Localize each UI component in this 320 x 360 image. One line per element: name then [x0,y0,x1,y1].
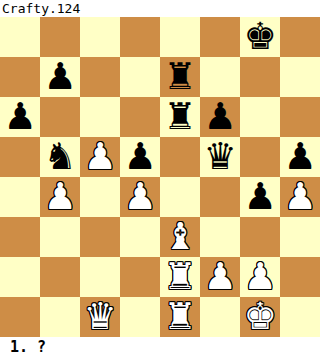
piece-white-rook: ♜ [163,257,196,297]
piece-white-bishop: ♝ [163,217,196,257]
piece-black-pawn: ♟ [243,177,276,217]
square-b3[interactable] [40,217,80,257]
square-c5[interactable]: ♟ [80,137,120,177]
chess-board: ♚♟♜♟♜♟♞♟♟♛♟♟♟♟♟♝♜♟♟♛♜♚ [0,17,320,337]
square-e8[interactable] [160,17,200,57]
square-f1[interactable] [200,297,240,337]
square-c3[interactable] [80,217,120,257]
piece-black-rook: ♜ [163,57,196,97]
square-f6[interactable]: ♟ [200,97,240,137]
square-f5[interactable]: ♛ [200,137,240,177]
square-c8[interactable] [80,17,120,57]
square-a6[interactable]: ♟ [0,97,40,137]
square-d1[interactable] [120,297,160,337]
square-d3[interactable] [120,217,160,257]
piece-black-pawn: ♟ [3,97,36,137]
window-title: Crafty.124 [2,1,80,16]
square-e6[interactable]: ♜ [160,97,200,137]
square-a4[interactable] [0,177,40,217]
square-e3[interactable]: ♝ [160,217,200,257]
square-a2[interactable] [0,257,40,297]
square-e7[interactable]: ♜ [160,57,200,97]
square-c6[interactable] [80,97,120,137]
square-g5[interactable] [240,137,280,177]
square-b4[interactable]: ♟ [40,177,80,217]
square-c4[interactable] [80,177,120,217]
square-c7[interactable] [80,57,120,97]
piece-black-king: ♚ [243,17,276,57]
piece-black-rook: ♜ [163,97,196,137]
square-g7[interactable] [240,57,280,97]
piece-white-king: ♚ [243,297,276,337]
square-g8[interactable]: ♚ [240,17,280,57]
square-c2[interactable] [80,257,120,297]
square-a7[interactable] [0,57,40,97]
piece-black-pawn: ♟ [123,137,156,177]
square-b5[interactable]: ♞ [40,137,80,177]
square-h5[interactable]: ♟ [280,137,320,177]
piece-white-rook: ♜ [163,297,196,337]
square-b1[interactable] [40,297,80,337]
piece-black-knight: ♞ [43,137,76,177]
square-d8[interactable] [120,17,160,57]
square-b6[interactable] [40,97,80,137]
piece-white-pawn: ♟ [123,177,156,217]
square-c1[interactable]: ♛ [80,297,120,337]
square-h8[interactable] [280,17,320,57]
square-e1[interactable]: ♜ [160,297,200,337]
square-h3[interactable] [280,217,320,257]
square-g6[interactable] [240,97,280,137]
square-g2[interactable]: ♟ [240,257,280,297]
piece-black-pawn: ♟ [43,57,76,97]
square-e5[interactable] [160,137,200,177]
square-f7[interactable] [200,57,240,97]
square-b7[interactable]: ♟ [40,57,80,97]
piece-black-queen: ♛ [203,137,236,177]
square-a1[interactable] [0,297,40,337]
square-g4[interactable]: ♟ [240,177,280,217]
square-d7[interactable] [120,57,160,97]
square-d6[interactable] [120,97,160,137]
square-h4[interactable]: ♟ [280,177,320,217]
square-h1[interactable] [280,297,320,337]
square-f8[interactable] [200,17,240,57]
square-a3[interactable] [0,217,40,257]
square-b2[interactable] [40,257,80,297]
square-g3[interactable] [240,217,280,257]
square-h2[interactable] [280,257,320,297]
piece-white-pawn: ♟ [243,257,276,297]
move-prompt: 1. ? [10,338,46,356]
square-d4[interactable]: ♟ [120,177,160,217]
square-e4[interactable] [160,177,200,217]
square-d5[interactable]: ♟ [120,137,160,177]
square-d2[interactable] [120,257,160,297]
square-a5[interactable] [0,137,40,177]
piece-white-pawn: ♟ [83,137,116,177]
square-a8[interactable] [0,17,40,57]
square-h7[interactable] [280,57,320,97]
piece-black-pawn: ♟ [283,137,316,177]
piece-white-queen: ♛ [83,297,116,337]
square-h6[interactable] [280,97,320,137]
square-b8[interactable] [40,17,80,57]
square-f4[interactable] [200,177,240,217]
square-f3[interactable] [200,217,240,257]
square-f2[interactable]: ♟ [200,257,240,297]
square-e2[interactable]: ♜ [160,257,200,297]
square-g1[interactable]: ♚ [240,297,280,337]
piece-white-pawn: ♟ [283,177,316,217]
piece-black-pawn: ♟ [203,97,236,137]
piece-white-pawn: ♟ [43,177,76,217]
piece-white-pawn: ♟ [203,257,236,297]
